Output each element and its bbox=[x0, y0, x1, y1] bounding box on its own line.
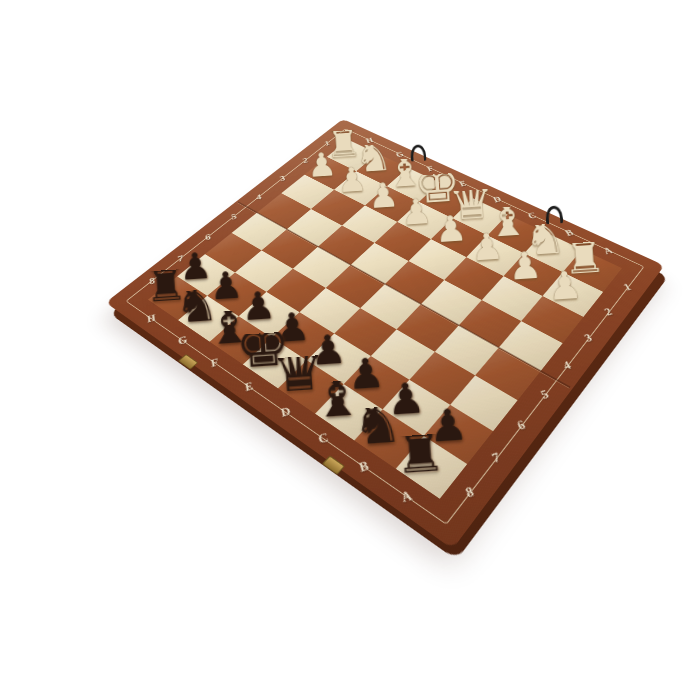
file-label-far-e-text: E bbox=[457, 179, 470, 189]
rank-label-right-7-text: 7 bbox=[489, 449, 505, 466]
rank-label-right-6-text: 6 bbox=[514, 417, 530, 433]
rank-label-right-5-text: 5 bbox=[537, 387, 553, 402]
file-label-far-g-text: G bbox=[394, 150, 407, 159]
file-label-far-b-text: B bbox=[562, 227, 577, 238]
rank-label-left-4-text: 4 bbox=[254, 192, 264, 201]
rank-label-right-1-text: 1 bbox=[620, 281, 635, 293]
file-label-near-e-text: E bbox=[243, 379, 257, 394]
rank-label-right-4-text: 4 bbox=[560, 358, 575, 372]
file-label-near-f-text: F bbox=[209, 356, 222, 370]
product-photo-stage: HH11GG22FF33EE44DD55CC66BB77AA88♜♞♝♚♛♝♞♜… bbox=[0, 0, 700, 700]
rank-label-left-2-text: 2 bbox=[301, 156, 311, 165]
rank-label-left-8-text: 8 bbox=[148, 275, 157, 287]
latch-hook-1 bbox=[410, 144, 427, 161]
file-label-far-h-text: H bbox=[364, 136, 377, 145]
file-label-near-d-text: D bbox=[278, 404, 293, 420]
file-label-far-d-text: D bbox=[490, 194, 504, 204]
latch-hook-2 bbox=[545, 205, 563, 224]
rank-label-right-8-text: 8 bbox=[462, 483, 478, 501]
file-label-far-c-text: C bbox=[525, 210, 539, 221]
rank-label-left-3-text: 3 bbox=[278, 174, 288, 183]
file-label-near-b-text: B bbox=[356, 458, 372, 476]
rank-label-left-6-text: 6 bbox=[203, 232, 212, 242]
file-label-near-h-text: H bbox=[145, 312, 158, 325]
file-label-near-g-text: G bbox=[176, 333, 189, 347]
rank-label-left-1-text: 1 bbox=[323, 139, 333, 147]
rank-label-right-2-text: 2 bbox=[601, 306, 616, 319]
file-label-near-c-text: C bbox=[316, 430, 332, 447]
rank-label-left-5-text: 5 bbox=[229, 212, 239, 222]
chess-board: HH11GG22FF33EE44DD55CC66BB77AA88♜♞♝♚♛♝♞♜… bbox=[106, 119, 665, 549]
playing-field bbox=[148, 140, 622, 499]
file-label-near-a-text: A bbox=[398, 487, 416, 506]
rank-label-right-3-text: 3 bbox=[581, 331, 596, 344]
rank-label-left-7-text: 7 bbox=[176, 253, 185, 264]
file-label-far-f-text: F bbox=[425, 164, 438, 173]
file-label-far-a-text: A bbox=[600, 245, 616, 257]
